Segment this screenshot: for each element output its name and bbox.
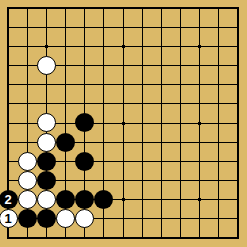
stone-black: 2 xyxy=(0,190,18,209)
stone-black xyxy=(75,190,94,209)
stone-black xyxy=(18,209,37,228)
stone-black xyxy=(75,152,94,171)
move-number-label: 1 xyxy=(4,212,11,225)
stone-black xyxy=(94,190,113,209)
stone-white xyxy=(75,209,94,228)
stone-black xyxy=(37,171,56,190)
stone-black xyxy=(56,133,75,152)
stone-white xyxy=(18,152,37,171)
go-diagram: 21 xyxy=(0,0,247,247)
go-board: 21 xyxy=(0,0,247,247)
stone-white: 1 xyxy=(0,209,18,228)
stone-white xyxy=(37,56,56,75)
stone-white xyxy=(37,113,56,132)
move-number-label: 2 xyxy=(4,193,11,206)
stone-white xyxy=(18,171,37,190)
stone-black xyxy=(56,190,75,209)
stone-white xyxy=(37,190,56,209)
stone-black xyxy=(75,113,94,132)
stone-black xyxy=(37,152,56,171)
stone-black xyxy=(37,209,56,228)
stone-white xyxy=(56,209,75,228)
stone-white xyxy=(18,190,37,209)
stone-white xyxy=(37,133,56,152)
